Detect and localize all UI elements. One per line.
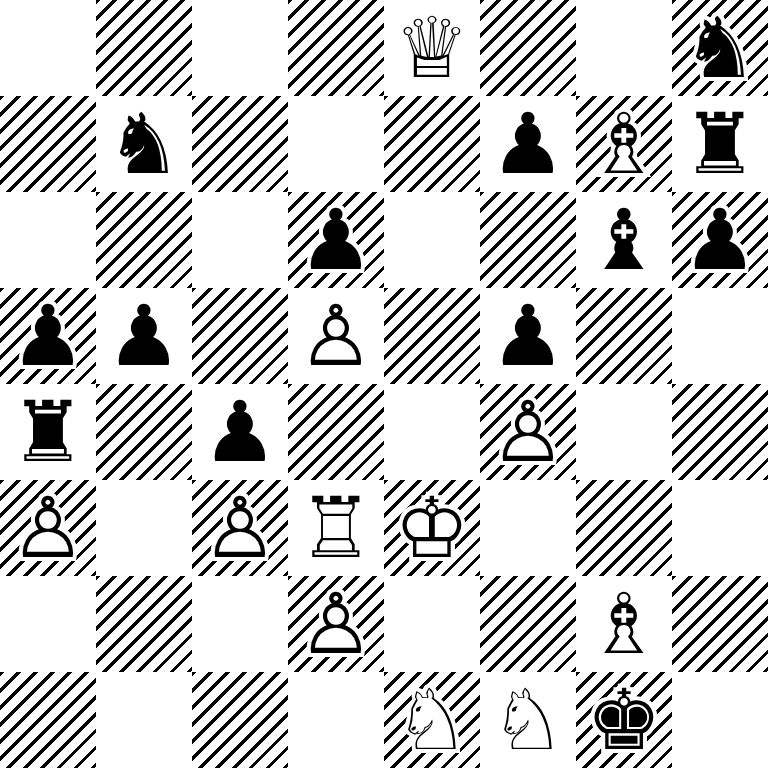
square-g8[interactable] bbox=[576, 0, 672, 96]
piece-black-knight: ♞ bbox=[672, 0, 768, 96]
black-knight-halo: ♞ bbox=[96, 96, 192, 192]
white-pawn-halo: ♟ bbox=[288, 576, 384, 672]
piece-white-knight: ♘ bbox=[384, 672, 480, 768]
square-d1[interactable] bbox=[288, 672, 384, 768]
square-f8[interactable] bbox=[480, 0, 576, 96]
square-f6[interactable] bbox=[480, 192, 576, 288]
square-c4[interactable]: ♟♟ bbox=[192, 384, 288, 480]
white-rook-halo: ♜ bbox=[288, 480, 384, 576]
piece-black-pawn: ♟ bbox=[0, 288, 96, 384]
square-h4[interactable] bbox=[672, 384, 768, 480]
square-d3[interactable]: ♜♖ bbox=[288, 480, 384, 576]
square-d2[interactable]: ♟♙ bbox=[288, 576, 384, 672]
white-pawn-halo: ♟ bbox=[480, 384, 576, 480]
piece-black-rook: ♜ bbox=[0, 384, 96, 480]
black-king-halo: ♚ bbox=[576, 672, 672, 768]
square-e3[interactable]: ♚♔ bbox=[384, 480, 480, 576]
piece-white-knight: ♘ bbox=[480, 672, 576, 768]
piece-black-pawn: ♟ bbox=[480, 288, 576, 384]
black-pawn-halo: ♟ bbox=[480, 96, 576, 192]
black-pawn-halo: ♟ bbox=[192, 384, 288, 480]
chess-board: ♛♕♞♞♞♞♟♟♝♗♜♜♟♟♝♝♟♟♟♟♟♟♟♙♟♟♜♜♟♟♟♙♟♙♟♙♜♖♚♔… bbox=[0, 0, 768, 768]
square-d4[interactable] bbox=[288, 384, 384, 480]
square-h5[interactable] bbox=[672, 288, 768, 384]
square-b8[interactable] bbox=[96, 0, 192, 96]
square-f7[interactable]: ♟♟ bbox=[480, 96, 576, 192]
square-g4[interactable] bbox=[576, 384, 672, 480]
piece-black-knight: ♞ bbox=[96, 96, 192, 192]
piece-white-bishop: ♗ bbox=[576, 576, 672, 672]
square-b5[interactable]: ♟♟ bbox=[96, 288, 192, 384]
square-d7[interactable] bbox=[288, 96, 384, 192]
square-h7[interactable]: ♜♜ bbox=[672, 96, 768, 192]
square-g5[interactable] bbox=[576, 288, 672, 384]
square-e5[interactable] bbox=[384, 288, 480, 384]
square-c7[interactable] bbox=[192, 96, 288, 192]
square-b6[interactable] bbox=[96, 192, 192, 288]
black-rook-halo: ♜ bbox=[672, 96, 768, 192]
square-a2[interactable] bbox=[0, 576, 96, 672]
square-a8[interactable] bbox=[0, 0, 96, 96]
black-rook-halo: ♜ bbox=[0, 384, 96, 480]
square-f3[interactable] bbox=[480, 480, 576, 576]
square-h8[interactable]: ♞♞ bbox=[672, 0, 768, 96]
square-h6[interactable]: ♟♟ bbox=[672, 192, 768, 288]
square-a7[interactable] bbox=[0, 96, 96, 192]
white-knight-halo: ♞ bbox=[384, 672, 480, 768]
square-d6[interactable]: ♟♟ bbox=[288, 192, 384, 288]
square-c2[interactable] bbox=[192, 576, 288, 672]
black-pawn-halo: ♟ bbox=[96, 288, 192, 384]
square-e8[interactable]: ♛♕ bbox=[384, 0, 480, 96]
black-bishop-halo: ♝ bbox=[576, 192, 672, 288]
piece-white-pawn: ♙ bbox=[480, 384, 576, 480]
square-h3[interactable] bbox=[672, 480, 768, 576]
piece-black-pawn: ♟ bbox=[192, 384, 288, 480]
piece-black-rook: ♜ bbox=[672, 96, 768, 192]
piece-white-king: ♔ bbox=[384, 480, 480, 576]
square-e6[interactable] bbox=[384, 192, 480, 288]
square-g3[interactable] bbox=[576, 480, 672, 576]
piece-white-pawn: ♙ bbox=[288, 576, 384, 672]
square-f1[interactable]: ♞♘ bbox=[480, 672, 576, 768]
piece-black-pawn: ♟ bbox=[672, 192, 768, 288]
black-pawn-halo: ♟ bbox=[480, 288, 576, 384]
square-a6[interactable] bbox=[0, 192, 96, 288]
square-a5[interactable]: ♟♟ bbox=[0, 288, 96, 384]
square-c8[interactable] bbox=[192, 0, 288, 96]
white-bishop-halo: ♝ bbox=[576, 96, 672, 192]
black-pawn-halo: ♟ bbox=[0, 288, 96, 384]
square-e1[interactable]: ♞♘ bbox=[384, 672, 480, 768]
white-queen-halo: ♛ bbox=[384, 0, 480, 96]
square-h1[interactable] bbox=[672, 672, 768, 768]
square-e4[interactable] bbox=[384, 384, 480, 480]
square-g7[interactable]: ♝♗ bbox=[576, 96, 672, 192]
square-b2[interactable] bbox=[96, 576, 192, 672]
piece-white-pawn: ♙ bbox=[288, 288, 384, 384]
white-knight-halo: ♞ bbox=[480, 672, 576, 768]
piece-black-pawn: ♟ bbox=[288, 192, 384, 288]
square-b3[interactable] bbox=[96, 480, 192, 576]
white-pawn-halo: ♟ bbox=[0, 480, 96, 576]
square-g2[interactable]: ♝♗ bbox=[576, 576, 672, 672]
piece-black-pawn: ♟ bbox=[96, 288, 192, 384]
square-c6[interactable] bbox=[192, 192, 288, 288]
square-c3[interactable]: ♟♙ bbox=[192, 480, 288, 576]
black-pawn-halo: ♟ bbox=[288, 192, 384, 288]
black-knight-halo: ♞ bbox=[672, 0, 768, 96]
square-c5[interactable] bbox=[192, 288, 288, 384]
square-a1[interactable] bbox=[0, 672, 96, 768]
square-f2[interactable] bbox=[480, 576, 576, 672]
square-g6[interactable]: ♝♝ bbox=[576, 192, 672, 288]
square-f4[interactable]: ♟♙ bbox=[480, 384, 576, 480]
square-b4[interactable] bbox=[96, 384, 192, 480]
square-c1[interactable] bbox=[192, 672, 288, 768]
white-bishop-halo: ♝ bbox=[576, 576, 672, 672]
square-e2[interactable] bbox=[384, 576, 480, 672]
piece-black-king: ♚ bbox=[576, 672, 672, 768]
square-b1[interactable] bbox=[96, 672, 192, 768]
piece-black-bishop: ♝ bbox=[576, 192, 672, 288]
square-f5[interactable]: ♟♟ bbox=[480, 288, 576, 384]
square-a4[interactable]: ♜♜ bbox=[0, 384, 96, 480]
square-e7[interactable] bbox=[384, 96, 480, 192]
piece-white-pawn: ♙ bbox=[192, 480, 288, 576]
square-d8[interactable] bbox=[288, 0, 384, 96]
square-h2[interactable] bbox=[672, 576, 768, 672]
piece-black-pawn: ♟ bbox=[480, 96, 576, 192]
piece-white-pawn: ♙ bbox=[0, 480, 96, 576]
black-pawn-halo: ♟ bbox=[672, 192, 768, 288]
square-b7[interactable]: ♞♞ bbox=[96, 96, 192, 192]
square-d5[interactable]: ♟♙ bbox=[288, 288, 384, 384]
white-pawn-halo: ♟ bbox=[192, 480, 288, 576]
piece-white-bishop: ♗ bbox=[576, 96, 672, 192]
square-g1[interactable]: ♚♚ bbox=[576, 672, 672, 768]
square-a3[interactable]: ♟♙ bbox=[0, 480, 96, 576]
white-pawn-halo: ♟ bbox=[288, 288, 384, 384]
white-king-halo: ♚ bbox=[384, 480, 480, 576]
piece-white-rook: ♖ bbox=[288, 480, 384, 576]
piece-white-queen: ♕ bbox=[384, 0, 480, 96]
